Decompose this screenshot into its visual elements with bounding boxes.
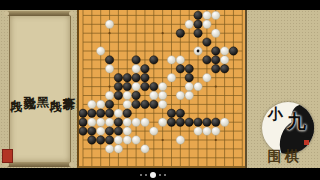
video-frame: 黑 党毅飞 九段 白 李轩豪 九段 小 九 围棋 (0, 0, 320, 180)
stone-white (105, 145, 113, 153)
stone-black (141, 100, 149, 108)
stone-white (123, 100, 131, 108)
player-names-panel: 黑 党毅飞 九段 白 李轩豪 九段 (0, 10, 77, 168)
player-name-columns: 黑 党毅飞 九段 白 李轩豪 九段 (9, 22, 69, 158)
scroll-knob-icon (69, 11, 74, 16)
stone-white (97, 127, 105, 135)
go-board[interactable] (77, 10, 245, 168)
stone-black (203, 38, 211, 46)
stone-black (132, 74, 140, 82)
stone-black (132, 56, 140, 64)
star-point (162, 32, 164, 34)
stone-white (97, 47, 105, 55)
stone-black (203, 56, 211, 64)
stone-black (167, 109, 175, 117)
scroll-knob-icon (69, 162, 74, 167)
stone-black (88, 127, 96, 135)
stone-white (150, 127, 158, 135)
stone-black (150, 100, 158, 108)
stone-black (114, 127, 122, 135)
stone-black (123, 82, 131, 90)
scroll-roller-top (5, 11, 73, 16)
carousel-dot[interactable] (140, 174, 142, 176)
stone-white (158, 91, 166, 99)
stone-white (123, 118, 131, 126)
star-point (215, 139, 217, 141)
stone-black (105, 136, 113, 144)
stone-white (167, 56, 175, 64)
logo-weiqi-text: 围棋 (247, 148, 320, 166)
stone-black (141, 74, 149, 82)
stone-black (150, 82, 158, 90)
stone-white (132, 118, 140, 126)
stone-white (150, 91, 158, 99)
red-seal-stamp-icon (2, 149, 13, 163)
stone-white (132, 65, 140, 73)
stone-black (212, 118, 220, 126)
stone-white (185, 20, 193, 28)
stone-white (97, 100, 105, 108)
stone-black (79, 127, 87, 135)
stone-white (88, 100, 96, 108)
stone-white (212, 11, 220, 19)
stone-black (194, 118, 202, 126)
stone-white (105, 20, 113, 28)
stone-white (105, 118, 113, 126)
stone-black (105, 127, 113, 135)
scroll-knob-icon (4, 11, 9, 16)
stone-white (220, 47, 228, 55)
stone-white (203, 74, 211, 82)
stone-white (132, 82, 140, 90)
stone-black (141, 82, 149, 90)
stone-white (114, 109, 122, 117)
stone-white (158, 82, 166, 90)
carousel-dot-active[interactable] (150, 172, 156, 178)
logo-panel: 小 九 围棋 (245, 10, 320, 168)
black-player-column: 黑 党毅飞 九段 (9, 22, 49, 158)
stone-black (220, 65, 228, 73)
stone-black (176, 118, 184, 126)
stone-black (88, 109, 96, 117)
stone-black (105, 109, 113, 117)
stone-black (212, 65, 220, 73)
stone-black (132, 91, 140, 99)
stone-white (167, 74, 175, 82)
stone-white (203, 20, 211, 28)
stone-white (176, 136, 184, 144)
logo-char-nine: 九 (287, 109, 306, 135)
stone-white (132, 136, 140, 144)
star-point (108, 32, 110, 34)
stone-black (97, 136, 105, 144)
stone-white (212, 29, 220, 37)
stone-black (194, 11, 202, 19)
go-board-grid (79, 10, 245, 166)
star-point (162, 139, 164, 141)
letterbox-top (0, 0, 320, 10)
stone-black (132, 100, 140, 108)
stone-black (150, 56, 158, 64)
stone-white (158, 118, 166, 126)
stone-white (185, 91, 193, 99)
stone-black (114, 82, 122, 90)
stone-white (185, 82, 193, 90)
stone-black (123, 74, 131, 82)
stone-white (88, 118, 96, 126)
stone-black (176, 29, 184, 37)
stone-black (123, 109, 131, 117)
stone-white (194, 82, 202, 90)
stone-white (105, 91, 113, 99)
stone-black (176, 109, 184, 117)
carousel-dot[interactable] (164, 174, 166, 176)
stone-white (220, 56, 228, 64)
logo-char-small: 小 (268, 105, 283, 124)
stone-black (97, 109, 105, 117)
stone-white (212, 127, 220, 135)
logo-red-seal-icon (304, 140, 309, 145)
stone-black (212, 56, 220, 64)
stone-white (158, 100, 166, 108)
stone-black (114, 91, 122, 99)
stone-black (105, 100, 113, 108)
carousel-dot[interactable] (145, 174, 147, 176)
last-move-marker (197, 50, 200, 53)
stone-black (141, 65, 149, 73)
stone-black (105, 56, 113, 64)
stone-white (176, 91, 184, 99)
app-logo: 小 九 (262, 102, 314, 154)
stone-white (203, 11, 211, 19)
stone-black (114, 74, 122, 82)
stone-black (229, 47, 237, 55)
stone-black (185, 74, 193, 82)
stone-white (141, 145, 149, 153)
stone-black (114, 118, 122, 126)
stone-white (220, 118, 228, 126)
stone-white (194, 127, 202, 135)
stone-black (176, 65, 184, 73)
carousel-dots[interactable] (140, 171, 166, 178)
stone-black (185, 118, 193, 126)
stone-black (185, 65, 193, 73)
stone-white (176, 56, 184, 64)
stone-black (194, 29, 202, 37)
stone-black (203, 118, 211, 126)
stone-black (212, 47, 220, 55)
stone-white (141, 118, 149, 126)
star-point (215, 86, 217, 88)
stone-black (194, 20, 202, 28)
stone-white (123, 136, 131, 144)
stone-black (79, 118, 87, 126)
carousel-dot[interactable] (159, 174, 161, 176)
stone-white (123, 91, 131, 99)
stone-white (114, 145, 122, 153)
stone-black (167, 118, 175, 126)
star-point (108, 86, 110, 88)
stone-white (105, 65, 113, 73)
stone-white (114, 136, 122, 144)
stone-white (203, 127, 211, 135)
scroll-roller-bottom (5, 162, 73, 167)
stone-black (79, 109, 87, 117)
stone-white (97, 118, 105, 126)
stone-white (123, 127, 131, 135)
stone-black (88, 136, 96, 144)
